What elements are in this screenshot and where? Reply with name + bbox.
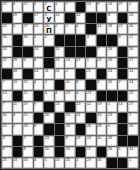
cell-code-number: 16 [24, 35, 28, 40]
cell-code-number: 24 [13, 158, 17, 163]
cell-code-number: 14 [3, 47, 7, 52]
cell-code-number: 4 [34, 80, 36, 85]
cell-code-number: 2 [24, 136, 26, 141]
black-cell-r4c2 [13, 35, 23, 45]
cell-code-number: 1 [129, 158, 131, 163]
white-cell-r2c13[interactable]: 23 [128, 13, 138, 23]
white-cell-r9c6[interactable]: 4 [55, 91, 65, 101]
cell-code-number: 14 [3, 91, 7, 96]
white-cell-r14c11[interactable]: 26 [107, 147, 117, 157]
white-cell-r15c2[interactable]: 24 [13, 158, 23, 168]
cell-code-number: 24 [55, 69, 59, 74]
black-cell-r14c6 [55, 147, 65, 157]
cell-code-number: 13 [87, 2, 91, 7]
white-cell-r6c1[interactable]: 21 [2, 58, 12, 68]
white-cell-r8c1[interactable]: 7 [2, 80, 12, 90]
white-cell-r6c3[interactable]: 6 [23, 58, 33, 68]
white-cell-r3c2[interactable]: 5 [13, 24, 23, 34]
white-cell-r7c9[interactable]: 21 [86, 69, 96, 79]
black-cell-r5c12 [118, 47, 128, 57]
cell-letter: У [44, 16, 54, 23]
white-cell-r9c1[interactable]: 14 [2, 91, 12, 101]
cell-code-number: 26 [66, 158, 70, 163]
white-cell-r15c8[interactable]: 1 [76, 158, 86, 168]
white-cell-r14c3[interactable]: 8 [23, 147, 33, 157]
cell-code-number: 26 [108, 47, 112, 52]
white-cell-r10c1[interactable]: 7 [2, 102, 12, 112]
white-cell-r10c9[interactable]: 12 [86, 102, 96, 112]
white-cell-r11c2[interactable]: 3 [13, 113, 23, 123]
white-cell-r1c7[interactable]: 7 [65, 2, 75, 12]
cell-code-number: 16 [24, 158, 28, 163]
white-cell-r9c9[interactable]: 23 [86, 91, 96, 101]
cell-code-number: 11 [24, 91, 28, 96]
white-cell-r7c4[interactable]: 14 [34, 69, 44, 79]
white-cell-r7c6[interactable]: 24 [55, 69, 65, 79]
black-cell-r5c8 [76, 47, 86, 57]
cell-code-number: 13 [3, 124, 7, 129]
cell-code-number: 16 [129, 124, 133, 129]
cell-code-number: 7 [66, 2, 68, 7]
cell-code-number: 26 [108, 147, 112, 152]
black-cell-r4c11 [107, 35, 117, 45]
cell-code-number: 21 [76, 113, 80, 118]
white-cell-r9c5[interactable]: 6 [44, 91, 54, 101]
cell-code-number: 6 [24, 58, 26, 63]
cell-code-number: 26 [87, 124, 91, 129]
white-cell-r3c7[interactable]: 1 [65, 24, 75, 34]
white-cell-r6c6[interactable]: 23 [55, 58, 65, 68]
cell-code-number: 24 [66, 58, 70, 63]
cell-code-number: 17 [87, 147, 91, 152]
cell-code-number: 16 [129, 24, 133, 29]
cell-code-number: 3 [13, 113, 15, 118]
black-cell-r2c3 [23, 13, 33, 23]
cell-code-number: 18 [108, 24, 112, 29]
white-cell-r2c5[interactable]: 1У [44, 13, 54, 23]
white-cell-r5c4[interactable]: 14 [34, 47, 44, 57]
cell-code-number: 1 [55, 2, 57, 7]
cell-code-number: 29 [24, 102, 28, 107]
cell-code-number: 7 [3, 80, 5, 85]
white-cell-r1c9[interactable]: 13 [86, 2, 96, 12]
white-cell-r10c10[interactable]: 19 [97, 102, 107, 112]
black-cell-r5c3 [23, 47, 33, 57]
cell-code-number: 14 [129, 80, 133, 85]
black-cell-r2c9 [86, 13, 96, 23]
white-cell-r12c2[interactable]: 2 [13, 124, 23, 134]
black-cell-r9c11 [107, 91, 117, 101]
white-cell-r9c3[interactable]: 11 [23, 91, 33, 101]
cell-code-number: 14 [118, 102, 122, 107]
white-cell-r14c13[interactable]: 14 [128, 147, 138, 157]
white-cell-r1c3[interactable]: 17 [23, 2, 33, 12]
cell-code-number: 8 [24, 147, 26, 152]
cell-code-number: 26 [108, 136, 112, 141]
white-cell-r8c10[interactable]: 3 [97, 80, 107, 90]
white-cell-r12c13[interactable]: 16 [128, 124, 138, 134]
white-cell-r15c1[interactable]: 23 [2, 158, 12, 168]
white-cell-r4c4[interactable]: 5 [34, 35, 44, 45]
white-cell-r12c3[interactable]: 28 [23, 124, 33, 134]
cell-code-number: 26 [97, 158, 101, 163]
black-cell-r5c9 [86, 47, 96, 57]
black-cell-r14c10 [97, 147, 107, 157]
cell-code-number: 17 [129, 35, 133, 40]
white-cell-r10c2[interactable]: 11 [13, 102, 23, 112]
white-cell-r14c7[interactable]: 16 [65, 147, 75, 157]
black-cell-r9c2 [13, 91, 23, 101]
white-cell-r2c11[interactable]: 8 [107, 13, 117, 23]
cell-code-number: 24 [108, 69, 112, 74]
black-cell-r11c6 [55, 113, 65, 123]
white-cell-r2c2[interactable]: 29 [13, 13, 23, 23]
cell-code-number: 8 [34, 124, 36, 129]
white-cell-r15c5[interactable]: 1 [44, 158, 54, 168]
cell-code-number: 1 [45, 158, 47, 163]
cell-code-number: 10 [3, 113, 7, 118]
cell-code-number: 19 [13, 80, 17, 85]
cell-code-number: 20 [66, 113, 70, 118]
cell-code-number: 6 [45, 91, 47, 96]
cell-code-number: 11 [66, 80, 70, 85]
cell-code-number: 23 [97, 58, 101, 63]
white-cell-r13c1[interactable]: 3 [2, 136, 12, 146]
white-cell-r15c9[interactable]: 23 [86, 158, 96, 168]
cell-code-number: 8 [34, 58, 36, 63]
black-cell-r10c5 [44, 102, 54, 112]
black-cell-r9c12 [118, 91, 128, 101]
white-cell-r4c1[interactable]: 20 [2, 35, 12, 45]
cell-code-number: 2 [66, 69, 68, 74]
white-cell-r1c12[interactable]: 27 [118, 2, 128, 12]
cell-code-number: 4 [34, 158, 36, 163]
white-cell-r6c11[interactable]: 26 [107, 58, 117, 68]
black-cell-r12c12 [118, 124, 128, 134]
cell-code-number: 27 [24, 24, 28, 29]
cell-code-number: 12 [87, 102, 91, 107]
white-cell-r6c8[interactable]: 27 [76, 58, 86, 68]
black-cell-r10c7 [65, 102, 75, 112]
cell-code-number: 27 [129, 102, 133, 107]
white-cell-r13c11[interactable]: 26 [107, 136, 117, 146]
white-cell-r7c2[interactable]: 18 [13, 69, 23, 79]
white-cell-r15c3[interactable]: 16 [23, 158, 33, 168]
cell-code-number: 1 [108, 102, 110, 107]
cell-code-number: 1 [76, 158, 78, 163]
black-cell-r9c4 [34, 91, 44, 101]
white-cell-r13c8[interactable]: 23 [76, 136, 86, 146]
black-cell-r13c12 [118, 136, 128, 146]
white-cell-r15c6[interactable]: 23 [55, 158, 65, 168]
cell-code-number: 3 [97, 80, 99, 85]
white-cell-r12c10[interactable]: 28 [97, 124, 107, 134]
white-cell-r3c6[interactable]: 2 [55, 24, 65, 34]
cell-code-number: 13 [55, 13, 59, 18]
cell-code-number: 23 [87, 91, 91, 96]
white-cell-r13c5[interactable]: 23 [44, 136, 54, 146]
cell-code-number: 15 [24, 80, 28, 85]
white-cell-r15c13[interactable]: 1 [128, 158, 138, 168]
cell-code-number: 2 [118, 80, 120, 85]
cell-code-number: 10 [97, 136, 101, 141]
black-cell-r11c9 [86, 113, 96, 123]
cell-code-number: 13 [55, 47, 59, 52]
cell-code-number: 14 [129, 69, 133, 74]
white-cell-r10c12[interactable]: 14 [118, 102, 128, 112]
white-cell-r10c13[interactable]: 27 [128, 102, 138, 112]
white-cell-r14c9[interactable]: 17 [86, 147, 96, 157]
cell-code-number: 2 [13, 124, 15, 129]
white-cell-r1c5[interactable]: 2С [44, 2, 54, 12]
black-cell-r5c5 [44, 47, 54, 57]
white-cell-r14c5[interactable]: 20 [44, 147, 54, 157]
white-cell-r6c13[interactable]: 17 [128, 58, 138, 68]
black-cell-r8c6 [55, 80, 65, 90]
white-cell-r10c6[interactable]: 23 [55, 102, 65, 112]
cell-code-number: 5 [108, 124, 110, 129]
white-cell-r7c7[interactable]: 2 [65, 69, 75, 79]
codeword-grid: 2761752С171391427229171У1312823125272026… [0, 0, 140, 170]
white-cell-r11c5[interactable]: 26 [44, 113, 54, 123]
cell-code-number: 5 [34, 35, 36, 40]
cell-code-number: 29 [13, 13, 17, 18]
white-cell-r8c7[interactable]: 11 [65, 80, 75, 90]
white-cell-r1c4[interactable]: 5 [34, 2, 44, 12]
white-cell-r3c4[interactable]: 20 [34, 24, 44, 34]
cell-code-number: 13 [97, 113, 101, 118]
white-cell-r6c2[interactable]: 29 [13, 58, 23, 68]
white-cell-r5c13[interactable]: 16 [128, 47, 138, 57]
cell-code-number: 27 [76, 58, 80, 63]
black-cell-r4c8 [76, 35, 86, 45]
white-cell-r12c1[interactable]: 13 [2, 124, 12, 134]
white-cell-r12c7[interactable]: 18 [65, 124, 75, 134]
black-cell-r7c8 [76, 69, 86, 79]
cell-code-number: 2 [45, 80, 47, 85]
white-cell-r12c11[interactable]: 5 [107, 124, 117, 134]
white-cell-r7c5[interactable]: 11 [44, 69, 54, 79]
white-cell-r10c8[interactable]: 13 [76, 102, 86, 112]
white-cell-r11c1[interactable]: 10 [2, 113, 12, 123]
cell-code-number: 29 [13, 58, 17, 63]
white-cell-r9c8[interactable]: 4 [76, 91, 86, 101]
white-cell-r11c13[interactable]: 1 [128, 113, 138, 123]
cell-code-number: 23 [55, 158, 59, 163]
white-cell-r15c10[interactable]: 26 [97, 158, 107, 168]
cell-code-number: 8 [66, 136, 68, 141]
cell-code-number: 11 [45, 69, 49, 74]
white-cell-r10c3[interactable]: 29 [23, 102, 33, 112]
black-cell-r9c10 [97, 91, 107, 101]
black-cell-r2c7 [65, 13, 75, 23]
cell-code-number: 23 [87, 158, 91, 163]
white-cell-r6c7[interactable]: 24 [65, 58, 75, 68]
white-cell-r1c1[interactable]: 27 [2, 2, 12, 12]
black-cell-r11c4 [34, 113, 44, 123]
cell-code-number: 9 [34, 102, 36, 107]
cell-code-number: 2 [55, 24, 57, 29]
white-cell-r5c10[interactable]: 7 [97, 47, 107, 57]
cell-code-number: 7 [97, 47, 99, 52]
white-cell-r8c4[interactable]: 4 [34, 80, 44, 90]
white-cell-r1c11[interactable]: 14 [107, 2, 117, 12]
white-cell-r4c13[interactable]: 17 [128, 35, 138, 45]
cell-code-number: 23 [55, 102, 59, 107]
black-cell-r14c2 [13, 147, 23, 157]
white-cell-r12c9[interactable]: 26 [86, 124, 96, 134]
white-cell-r8c3[interactable]: 15 [23, 80, 33, 90]
white-cell-r14c12[interactable]: 1 [118, 147, 128, 157]
cell-code-number: 23 [129, 13, 133, 18]
cell-code-number: 28 [97, 124, 101, 129]
white-cell-r3c11[interactable]: 18 [107, 24, 117, 34]
white-cell-r5c1[interactable]: 14 [2, 47, 12, 57]
white-cell-r3c1[interactable]: 12 [2, 24, 12, 34]
cell-code-number: 16 [129, 47, 133, 52]
white-cell-r5c11[interactable]: 26 [107, 47, 117, 57]
cell-code-number: 21 [87, 69, 91, 74]
white-cell-r3c8[interactable]: 4 [76, 24, 86, 34]
cell-code-number: 4 [55, 91, 57, 96]
cell-code-number: 14 [108, 2, 112, 7]
black-cell-r6c12 [118, 58, 128, 68]
cell-code-number: 6 [13, 2, 15, 7]
white-cell-r15c4[interactable]: 4 [34, 158, 44, 168]
cell-code-number: 27 [118, 2, 122, 7]
white-cell-r13c3[interactable]: 2 [23, 136, 33, 146]
cell-code-number: 23 [55, 58, 59, 63]
white-cell-r8c13[interactable]: 14 [128, 80, 138, 90]
cell-letter: П [44, 27, 54, 34]
cell-code-number: 4 [76, 24, 78, 29]
cell-code-number: 8 [118, 35, 120, 40]
cell-code-number: 14 [129, 147, 133, 152]
black-cell-r4c10 [97, 35, 107, 45]
black-cell-r2c10 [97, 13, 107, 23]
cell-code-number: 9 [97, 2, 99, 7]
white-cell-r4c9[interactable]: 3 [86, 35, 96, 45]
white-cell-r4c3[interactable]: 16 [23, 35, 33, 45]
cell-code-number: 4 [76, 91, 78, 96]
white-cell-r6c4[interactable]: 8 [34, 58, 44, 68]
white-cell-r9c7[interactable]: 23 [65, 91, 75, 101]
black-cell-r7c3 [23, 69, 33, 79]
cell-code-number: 13 [76, 102, 80, 107]
white-cell-r5c6[interactable]: 13 [55, 47, 65, 57]
white-cell-r13c10[interactable]: 10 [97, 136, 107, 146]
cell-code-number: 21 [118, 24, 122, 29]
white-cell-r3c12[interactable]: 21 [118, 24, 128, 34]
cell-code-number: 7 [3, 102, 5, 107]
black-cell-r3c9 [86, 24, 96, 34]
white-cell-r12c4[interactable]: 8 [34, 124, 44, 134]
black-cell-r13c6 [55, 136, 65, 146]
cell-code-number: 13 [87, 136, 91, 141]
white-cell-r8c8[interactable]: 8 [76, 80, 86, 90]
white-cell-r13c9[interactable]: 13 [86, 136, 96, 146]
cell-code-number: 14 [97, 24, 101, 29]
white-cell-r8c2[interactable]: 19 [13, 80, 23, 90]
white-cell-r1c2[interactable]: 6 [13, 2, 23, 12]
cell-code-number: 1 [87, 58, 89, 63]
white-cell-r10c11[interactable]: 1 [107, 102, 117, 112]
white-cell-r3c13[interactable]: 16 [128, 24, 138, 34]
white-cell-r6c10[interactable]: 23 [97, 58, 107, 68]
white-cell-r8c5[interactable]: 2 [44, 80, 54, 90]
white-cell-r7c13[interactable]: 14 [128, 69, 138, 79]
cell-code-number: 3 [3, 136, 5, 141]
black-cell-r12c6 [55, 124, 65, 134]
white-cell-r2c4[interactable]: 17 [34, 13, 44, 23]
black-cell-r11c12 [118, 113, 128, 123]
white-cell-r11c11[interactable]: 23 [107, 113, 117, 123]
cell-code-number: 18 [13, 69, 17, 74]
white-cell-r10c4[interactable]: 9 [34, 102, 44, 112]
white-cell-r11c7[interactable]: 20 [65, 113, 75, 123]
white-cell-r3c5[interactable]: 26П [44, 24, 54, 34]
cell-code-number: 20 [45, 147, 49, 152]
white-cell-r13c7[interactable]: 8 [65, 136, 75, 146]
white-cell-r2c8[interactable]: 12 [76, 13, 86, 23]
cell-code-number: 26 [45, 113, 49, 118]
cell-code-number: 17 [24, 2, 28, 7]
white-cell-r3c3[interactable]: 27 [23, 24, 33, 34]
black-cell-r2c1 [2, 13, 12, 23]
white-cell-r6c9[interactable]: 1 [86, 58, 96, 68]
cell-code-number: 17 [129, 58, 133, 63]
black-cell-r13c2 [13, 136, 23, 146]
white-cell-r4c12[interactable]: 8 [118, 35, 128, 45]
white-cell-r4c5[interactable]: 1 [44, 35, 54, 45]
white-cell-r1c13[interactable]: 2 [128, 2, 138, 12]
white-cell-r11c8[interactable]: 21 [76, 113, 86, 123]
white-cell-r8c11[interactable]: 16 [107, 80, 117, 90]
white-cell-r9c13[interactable]: 23 [128, 91, 138, 101]
white-cell-r11c10[interactable]: 13 [97, 113, 107, 123]
cell-code-number: 23 [45, 136, 49, 141]
cell-code-number: 11 [13, 102, 17, 107]
black-cell-r15c11 [107, 158, 117, 168]
black-cell-r13c13 [128, 136, 138, 146]
cell-code-number: 23 [3, 158, 7, 163]
black-cell-r4c7 [65, 35, 75, 45]
cell-code-number: 5 [13, 24, 15, 29]
white-cell-r14c1[interactable]: 6 [2, 147, 12, 157]
cell-code-number: 12 [3, 24, 7, 29]
black-cell-r7c10 [97, 69, 107, 79]
white-cell-r15c7[interactable]: 26 [65, 158, 75, 168]
cell-code-number: 14 [34, 69, 38, 74]
black-cell-r7c12 [118, 69, 128, 79]
cell-code-number: 21 [24, 113, 28, 118]
cell-code-number: 20 [3, 35, 7, 40]
black-cell-r14c4 [34, 147, 44, 157]
white-cell-r7c11[interactable]: 24 [107, 69, 117, 79]
black-cell-r7c1 [2, 69, 12, 79]
cell-code-number: 16 [66, 147, 70, 152]
white-cell-r8c12[interactable]: 2 [118, 80, 128, 90]
white-cell-r1c6[interactable]: 1 [55, 2, 65, 12]
black-cell-r15c12 [118, 158, 128, 168]
white-cell-r11c3[interactable]: 21 [23, 113, 33, 123]
cell-code-number: 23 [108, 113, 112, 118]
cell-code-number: 27 [3, 2, 7, 7]
cell-letter: С [44, 5, 54, 12]
white-cell-r2c6[interactable]: 13 [55, 13, 65, 23]
white-cell-r3c10[interactable]: 14 [97, 24, 107, 34]
white-cell-r1c10[interactable]: 9 [97, 2, 107, 12]
